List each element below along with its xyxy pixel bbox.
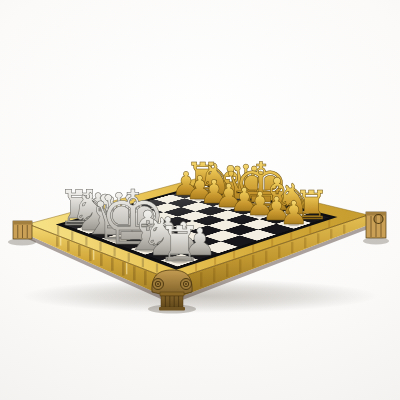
product-photo-scene: ♜♞♟♝♟♛♟♚♟♝♟♞♟♜♟♟♟♟♜♟♞♟♝♟♛♟♚♟♝♟♞♜ [0,0,400,400]
piece-black-pawn-h7[interactable]: ♟ [279,194,308,232]
pieces-layer: ♜♞♟♝♟♛♟♚♟♝♟♞♟♜♟♟♟♟♜♟♞♟♝♟♛♟♚♟♝♟♞♜ [0,0,400,400]
piece-white-rook-h1[interactable]: ♜ [158,216,202,272]
pieces-group: ♜♞♟♝♟♛♟♚♟♝♟♞♟♜♟♟♟♟♜♟♞♟♝♟♛♟♚♟♝♟♞♜ [57,149,329,272]
